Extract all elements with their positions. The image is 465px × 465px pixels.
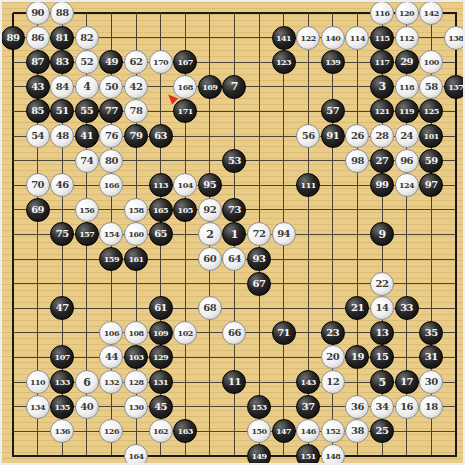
stone-white-6[interactable]: 6	[75, 370, 99, 394]
stone-number: 78	[130, 106, 143, 116]
stone-number: 133	[55, 378, 70, 386]
stone-white-84[interactable]: 84	[50, 75, 74, 99]
stone-black-113[interactable]: 113	[149, 173, 173, 197]
stone-black-139[interactable]: 139	[321, 50, 345, 74]
stone-number: 100	[424, 58, 439, 66]
stone-number: 171	[178, 107, 193, 115]
stone-black-25[interactable]: 25	[370, 419, 394, 443]
stone-black-11[interactable]: 11	[222, 370, 246, 394]
stone-number: 13	[376, 328, 389, 338]
stone-number: 3	[378, 81, 385, 92]
stone-black-163[interactable]: 163	[173, 419, 197, 443]
stone-black-121[interactable]: 121	[370, 99, 394, 123]
stone-number: 169	[202, 83, 217, 91]
stone-black-129[interactable]: 129	[149, 345, 173, 369]
stone-number: 148	[325, 452, 340, 460]
stone-number: 118	[399, 83, 414, 91]
stone-number: 60	[203, 254, 216, 264]
stone-number: 160	[128, 230, 143, 238]
stone-black-49[interactable]: 49	[99, 50, 123, 74]
stone-black-17[interactable]: 17	[395, 370, 419, 394]
stone-white-118[interactable]: 118	[395, 75, 419, 99]
stone-white-100[interactable]: 100	[419, 50, 443, 74]
stone-number: 88	[56, 8, 69, 18]
stone-black-159[interactable]: 159	[99, 247, 123, 271]
stone-black-97[interactable]: 97	[419, 173, 443, 197]
stone-black-169[interactable]: 169	[198, 75, 222, 99]
stone-number: 92	[203, 205, 216, 215]
stone-number: 34	[376, 402, 389, 412]
stone-black-125[interactable]: 125	[419, 99, 443, 123]
stone-white-16[interactable]: 16	[395, 395, 419, 419]
stone-white-58[interactable]: 58	[419, 75, 443, 99]
stone-black-103[interactable]: 103	[124, 345, 148, 369]
stone-white-18[interactable]: 18	[419, 395, 443, 419]
stone-number: 54	[31, 131, 44, 141]
grid-line	[357, 13, 358, 457]
stone-white-146[interactable]: 146	[296, 419, 320, 443]
stone-number: 9	[378, 229, 385, 240]
stone-black-71[interactable]: 71	[272, 321, 296, 345]
stone-number: 162	[153, 427, 168, 435]
stone-number: 86	[31, 33, 44, 43]
stone-number: 27	[376, 156, 389, 166]
stone-number: 132	[104, 378, 119, 386]
stone-number: 142	[424, 9, 439, 17]
stone-number: 43	[31, 82, 44, 92]
stone-black-67[interactable]: 67	[247, 272, 271, 296]
stone-number: 166	[104, 181, 119, 189]
stone-white-136[interactable]: 136	[50, 419, 74, 443]
stone-number: 128	[128, 378, 143, 386]
stone-black-107[interactable]: 107	[50, 345, 74, 369]
stone-white-114[interactable]: 114	[345, 26, 369, 50]
stone-number: 168	[178, 83, 193, 91]
stone-black-153[interactable]: 153	[247, 395, 271, 419]
stone-black-43[interactable]: 43	[26, 75, 50, 99]
stone-number: 77	[105, 106, 118, 116]
stone-number: 84	[56, 82, 69, 92]
stone-black-95[interactable]: 95	[198, 173, 222, 197]
stone-white-78[interactable]: 78	[124, 99, 148, 123]
stone-number: 48	[56, 131, 69, 141]
grid-line	[12, 13, 14, 457]
stone-number: 124	[399, 181, 414, 189]
stone-white-138[interactable]: 138	[444, 26, 465, 50]
stone-white-48[interactable]: 48	[50, 124, 74, 148]
stone-white-40[interactable]: 40	[75, 395, 99, 419]
stone-number: 62	[130, 57, 143, 67]
stone-white-156[interactable]: 156	[75, 198, 99, 222]
stone-number: 6	[83, 377, 90, 388]
stone-number: 141	[276, 34, 291, 42]
stone-number: 29	[400, 57, 413, 67]
stone-number: 46	[56, 180, 69, 190]
stone-black-73[interactable]: 73	[222, 198, 246, 222]
stone-number: 64	[228, 254, 241, 264]
stone-number: 28	[376, 131, 389, 141]
stone-black-149[interactable]: 149	[247, 444, 271, 465]
stone-number: 97	[425, 180, 438, 190]
stone-number: 50	[105, 82, 118, 92]
stone-number: 58	[425, 82, 438, 92]
stone-black-31[interactable]: 31	[419, 345, 443, 369]
stone-white-134[interactable]: 134	[26, 395, 50, 419]
stone-number: 57	[326, 106, 339, 116]
stone-black-161[interactable]: 161	[124, 247, 148, 271]
stone-white-102[interactable]: 102	[173, 321, 197, 345]
stone-black-143[interactable]: 143	[296, 370, 320, 394]
stone-number: 165	[153, 206, 168, 214]
stone-number: 110	[30, 378, 45, 386]
stone-black-63[interactable]: 63	[149, 124, 173, 148]
stone-number: 112	[399, 34, 414, 42]
stone-white-30[interactable]: 30	[419, 370, 443, 394]
stone-black-131[interactable]: 131	[149, 370, 173, 394]
stone-number: 149	[251, 452, 266, 460]
stone-white-46[interactable]: 46	[50, 173, 74, 197]
stone-white-132[interactable]: 132	[99, 370, 123, 394]
stone-black-89[interactable]: 89	[1, 26, 25, 50]
stone-number: 53	[228, 156, 241, 166]
stone-number: 70	[31, 180, 44, 190]
stone-number: 154	[104, 230, 119, 238]
stone-black-53[interactable]: 53	[222, 149, 246, 173]
stone-white-108[interactable]: 108	[124, 321, 148, 345]
stone-number: 35	[425, 328, 438, 338]
stone-number: 74	[80, 156, 93, 166]
stone-white-88[interactable]: 88	[50, 1, 74, 25]
stone-white-74[interactable]: 74	[75, 149, 99, 173]
stone-number: 163	[178, 427, 193, 435]
stone-white-68[interactable]: 68	[198, 296, 222, 320]
stone-number: 138	[448, 34, 463, 42]
stone-number: 75	[56, 229, 69, 239]
stone-number: 135	[55, 403, 70, 411]
stone-black-85[interactable]: 85	[26, 99, 50, 123]
stone-number: 116	[374, 9, 389, 17]
stone-white-38[interactable]: 38	[345, 419, 369, 443]
stone-number: 55	[80, 106, 93, 116]
stone-number: 157	[79, 230, 94, 238]
stone-number: 164	[128, 452, 143, 460]
stone-number: 122	[301, 34, 316, 42]
stone-number: 26	[351, 131, 364, 141]
stone-black-23[interactable]: 23	[321, 321, 345, 345]
stone-black-51[interactable]: 51	[50, 99, 74, 123]
stone-white-170[interactable]: 170	[149, 50, 173, 74]
stone-number: 31	[425, 352, 438, 362]
stone-number: 41	[80, 131, 93, 141]
stone-number: 76	[105, 131, 118, 141]
stone-white-126[interactable]: 126	[99, 419, 123, 443]
stone-number: 107	[55, 353, 70, 361]
stone-black-37[interactable]: 37	[296, 395, 320, 419]
stone-white-148[interactable]: 148	[321, 444, 345, 465]
stone-white-154[interactable]: 154	[99, 222, 123, 246]
stone-white-130[interactable]: 130	[124, 395, 148, 419]
stone-black-151[interactable]: 151	[296, 444, 320, 465]
stone-white-2[interactable]: 2	[198, 222, 222, 246]
stone-white-50[interactable]: 50	[99, 75, 123, 99]
stone-white-22[interactable]: 22	[370, 272, 394, 296]
stone-number: 137	[448, 83, 463, 91]
stone-number: 21	[351, 303, 364, 313]
stone-black-35[interactable]: 35	[419, 321, 443, 345]
stone-number: 52	[80, 57, 93, 67]
stone-number: 85	[31, 106, 44, 116]
stone-black-9[interactable]: 9	[370, 222, 394, 246]
stone-black-75[interactable]: 75	[50, 222, 74, 246]
stone-number: 93	[253, 254, 266, 264]
stone-white-166[interactable]: 166	[99, 173, 123, 197]
stone-white-106[interactable]: 106	[99, 321, 123, 345]
stone-black-61[interactable]: 61	[149, 296, 173, 320]
stone-white-72[interactable]: 72	[247, 222, 271, 246]
stone-black-167[interactable]: 167	[173, 50, 197, 74]
stone-black-29[interactable]: 29	[395, 50, 419, 74]
stone-white-62[interactable]: 62	[124, 50, 148, 74]
stone-number: 129	[153, 353, 168, 361]
stone-number: 63	[154, 131, 167, 141]
stone-black-15[interactable]: 15	[370, 345, 394, 369]
stone-number: 18	[425, 402, 438, 412]
stone-number: 83	[56, 57, 69, 67]
stone-black-33[interactable]: 33	[395, 296, 419, 320]
stone-number: 153	[251, 403, 266, 411]
stone-white-140[interactable]: 140	[321, 26, 345, 50]
stone-black-77[interactable]: 77	[99, 99, 123, 123]
stone-number: 117	[374, 58, 389, 66]
stone-number: 103	[128, 353, 143, 361]
stone-black-21[interactable]: 21	[345, 296, 369, 320]
stone-number: 131	[153, 378, 168, 386]
stone-black-141[interactable]: 141	[272, 26, 296, 50]
stone-white-70[interactable]: 70	[26, 173, 50, 197]
stone-number: 113	[153, 181, 168, 189]
stone-black-165[interactable]: 165	[149, 198, 173, 222]
stone-black-5[interactable]: 5	[370, 370, 394, 394]
stone-white-42[interactable]: 42	[124, 75, 148, 99]
stone-black-55[interactable]: 55	[75, 99, 99, 123]
stone-number: 111	[301, 181, 316, 189]
stone-black-135[interactable]: 135	[50, 395, 74, 419]
stone-black-99[interactable]: 99	[370, 173, 394, 197]
stone-black-7[interactable]: 7	[222, 75, 246, 99]
go-board: 9088116120142898681821411221401141151121…	[0, 0, 465, 465]
stone-black-93[interactable]: 93	[247, 247, 271, 271]
stone-number: 67	[253, 279, 266, 289]
stone-black-65[interactable]: 65	[149, 222, 173, 246]
stone-number: 44	[105, 352, 118, 362]
stone-white-28[interactable]: 28	[370, 124, 394, 148]
stone-number: 7	[231, 81, 238, 92]
stone-number: 143	[301, 378, 316, 386]
stone-number: 79	[130, 131, 143, 141]
stone-number: 25	[376, 426, 389, 436]
stone-black-83[interactable]: 83	[50, 50, 74, 74]
stone-black-137[interactable]: 137	[444, 75, 465, 99]
stone-number: 38	[351, 426, 364, 436]
stone-white-94[interactable]: 94	[272, 222, 296, 246]
stone-white-150[interactable]: 150	[247, 419, 271, 443]
stone-number: 20	[326, 352, 339, 362]
stone-black-157[interactable]: 157	[75, 222, 99, 246]
stone-white-80[interactable]: 80	[99, 149, 123, 173]
stone-white-124[interactable]: 124	[395, 173, 419, 197]
stone-number: 68	[203, 303, 216, 313]
stone-black-41[interactable]: 41	[75, 124, 99, 148]
stone-number: 71	[277, 328, 290, 338]
stone-white-96[interactable]: 96	[395, 149, 419, 173]
stone-white-34[interactable]: 34	[370, 395, 394, 419]
stone-number: 139	[325, 58, 340, 66]
stone-black-47[interactable]: 47	[50, 296, 74, 320]
stone-white-66[interactable]: 66	[222, 321, 246, 345]
stone-white-158[interactable]: 158	[124, 198, 148, 222]
stone-number: 130	[128, 403, 143, 411]
stone-white-110[interactable]: 110	[26, 370, 50, 394]
stone-number: 66	[228, 328, 241, 338]
stone-white-112[interactable]: 112	[395, 26, 419, 50]
stone-black-111[interactable]: 111	[296, 173, 320, 197]
stone-number: 158	[128, 206, 143, 214]
stone-black-117[interactable]: 117	[370, 50, 394, 74]
stone-number: 22	[376, 279, 389, 289]
stone-black-133[interactable]: 133	[50, 370, 74, 394]
stone-number: 80	[105, 156, 118, 166]
stone-number: 120	[399, 9, 414, 17]
stone-number: 81	[56, 33, 69, 43]
stone-number: 152	[325, 427, 340, 435]
stone-number: 125	[424, 107, 439, 115]
stone-white-164[interactable]: 164	[124, 444, 148, 465]
stone-white-26[interactable]: 26	[345, 124, 369, 148]
stone-white-60[interactable]: 60	[198, 247, 222, 271]
stone-number: 72	[253, 229, 266, 239]
stone-black-147[interactable]: 147	[272, 419, 296, 443]
stone-number: 19	[351, 352, 364, 362]
stone-number: 73	[228, 205, 241, 215]
stone-black-19[interactable]: 19	[345, 345, 369, 369]
stone-number: 150	[251, 427, 266, 435]
stone-number: 167	[178, 58, 193, 66]
stone-number: 95	[203, 180, 216, 190]
stone-number: 24	[400, 131, 413, 141]
stone-black-119[interactable]: 119	[395, 99, 419, 123]
stone-black-171[interactable]: 171	[173, 99, 197, 123]
stone-white-116[interactable]: 116	[370, 1, 394, 25]
stone-black-115[interactable]: 115	[370, 26, 394, 50]
stone-white-104[interactable]: 104	[173, 173, 197, 197]
stone-white-120[interactable]: 120	[395, 1, 419, 25]
stone-number: 16	[400, 402, 413, 412]
stone-number: 69	[31, 205, 44, 215]
stone-black-3[interactable]: 3	[370, 75, 394, 99]
stone-number: 156	[79, 206, 94, 214]
stone-white-64[interactable]: 64	[222, 247, 246, 271]
stone-number: 37	[302, 402, 315, 412]
stone-number: 98	[351, 156, 364, 166]
stone-black-91[interactable]: 91	[321, 124, 345, 148]
stone-white-90[interactable]: 90	[26, 1, 50, 25]
stone-black-81[interactable]: 81	[50, 26, 74, 50]
stone-white-128[interactable]: 128	[124, 370, 148, 394]
stone-white-82[interactable]: 82	[75, 26, 99, 50]
stone-black-69[interactable]: 69	[26, 198, 50, 222]
stone-number: 56	[302, 131, 315, 141]
stone-white-14[interactable]: 14	[370, 296, 394, 320]
stone-number: 109	[153, 329, 168, 337]
stone-black-59[interactable]: 59	[419, 149, 443, 173]
stone-number: 61	[154, 303, 167, 313]
stone-number: 2	[206, 229, 213, 240]
stone-white-12[interactable]: 12	[321, 370, 345, 394]
stone-white-20[interactable]: 20	[321, 345, 345, 369]
stone-black-57[interactable]: 57	[321, 99, 345, 123]
stone-number: 101	[424, 132, 439, 140]
stone-black-79[interactable]: 79	[124, 124, 148, 148]
stone-white-160[interactable]: 160	[124, 222, 148, 246]
stone-number: 5	[378, 377, 385, 388]
stone-number: 14	[376, 303, 389, 313]
stone-number: 40	[80, 402, 93, 412]
stone-number: 12	[326, 377, 339, 387]
stone-black-45[interactable]: 45	[149, 395, 173, 419]
stone-white-162[interactable]: 162	[149, 419, 173, 443]
stone-black-13[interactable]: 13	[370, 321, 394, 345]
stone-number: 159	[104, 255, 119, 263]
stone-number: 89	[7, 33, 20, 43]
stone-number: 15	[376, 352, 389, 362]
stone-white-122[interactable]: 122	[296, 26, 320, 50]
stone-white-142[interactable]: 142	[419, 1, 443, 25]
stone-white-36[interactable]: 36	[345, 395, 369, 419]
stone-white-86[interactable]: 86	[26, 26, 50, 50]
stone-number: 47	[56, 303, 69, 313]
stone-black-1[interactable]: 1	[222, 222, 246, 246]
stone-number: 104	[178, 181, 193, 189]
stone-white-98[interactable]: 98	[345, 149, 369, 173]
grid-line	[13, 455, 457, 457]
stone-white-52[interactable]: 52	[75, 50, 99, 74]
stone-number: 123	[276, 58, 291, 66]
stone-black-27[interactable]: 27	[370, 149, 394, 173]
stone-white-24[interactable]: 24	[395, 124, 419, 148]
stone-black-105[interactable]: 105	[173, 198, 197, 222]
stone-white-4[interactable]: 4	[75, 75, 99, 99]
stone-black-101[interactable]: 101	[419, 124, 443, 148]
stone-number: 134	[30, 403, 45, 411]
stone-white-76[interactable]: 76	[99, 124, 123, 148]
stone-black-109[interactable]: 109	[149, 321, 173, 345]
stone-black-123[interactable]: 123	[272, 50, 296, 74]
stone-number: 17	[400, 377, 413, 387]
stone-number: 151	[301, 452, 316, 460]
stone-number: 147	[276, 427, 291, 435]
stone-white-54[interactable]: 54	[26, 124, 50, 148]
stone-white-168[interactable]: 168	[173, 75, 197, 99]
stone-number: 4	[83, 81, 90, 92]
stone-white-152[interactable]: 152	[321, 419, 345, 443]
stone-white-92[interactable]: 92	[198, 198, 222, 222]
stone-number: 1	[231, 229, 238, 240]
stone-white-56[interactable]: 56	[296, 124, 320, 148]
stone-number: 33	[400, 303, 413, 313]
stone-black-87[interactable]: 87	[26, 50, 50, 74]
stone-white-44[interactable]: 44	[99, 345, 123, 369]
stone-number: 115	[374, 34, 389, 42]
